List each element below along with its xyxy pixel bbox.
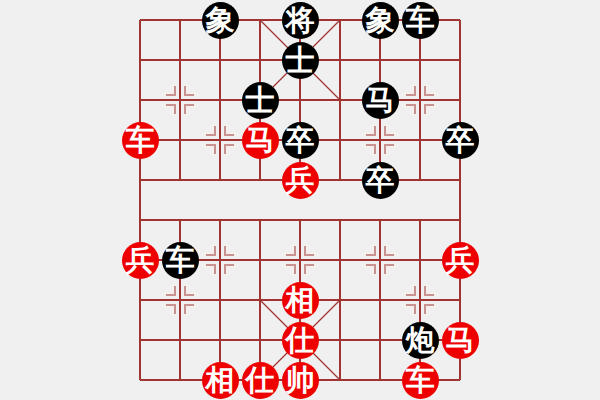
- piece-red-chariot[interactable]: 车: [122, 122, 159, 159]
- piece-black-advisor[interactable]: 士: [282, 42, 319, 79]
- piece-red-general[interactable]: 帅: [282, 362, 319, 399]
- piece-red-horse[interactable]: 马: [442, 322, 479, 359]
- pieces-layer: 象将象车士士马卒卒卒车炮车马兵兵兵相仕马相仕帅车: [0, 0, 600, 400]
- piece-red-pawn[interactable]: 兵: [442, 242, 479, 279]
- piece-black-chariot[interactable]: 车: [402, 2, 439, 39]
- piece-black-pawn[interactable]: 卒: [442, 122, 479, 159]
- piece-black-general[interactable]: 将: [282, 2, 319, 39]
- piece-black-cannon[interactable]: 炮: [402, 322, 439, 359]
- piece-red-advisor[interactable]: 仕: [282, 322, 319, 359]
- piece-black-pawn[interactable]: 卒: [282, 122, 319, 159]
- piece-black-horse[interactable]: 马: [362, 82, 399, 119]
- xiangqi-board: 象将象车士士马卒卒卒车炮车马兵兵兵相仕马相仕帅车: [0, 0, 600, 400]
- piece-red-chariot[interactable]: 车: [402, 362, 439, 399]
- piece-black-elephant[interactable]: 象: [362, 2, 399, 39]
- piece-red-pawn[interactable]: 兵: [282, 162, 319, 199]
- piece-red-pawn[interactable]: 兵: [122, 242, 159, 279]
- piece-black-elephant[interactable]: 象: [202, 2, 239, 39]
- piece-red-advisor[interactable]: 仕: [242, 362, 279, 399]
- piece-black-advisor[interactable]: 士: [242, 82, 279, 119]
- piece-black-pawn[interactable]: 卒: [362, 162, 399, 199]
- piece-red-horse[interactable]: 马: [242, 122, 279, 159]
- piece-red-elephant[interactable]: 相: [282, 282, 319, 319]
- piece-black-chariot[interactable]: 车: [162, 242, 199, 279]
- piece-red-elephant[interactable]: 相: [202, 362, 239, 399]
